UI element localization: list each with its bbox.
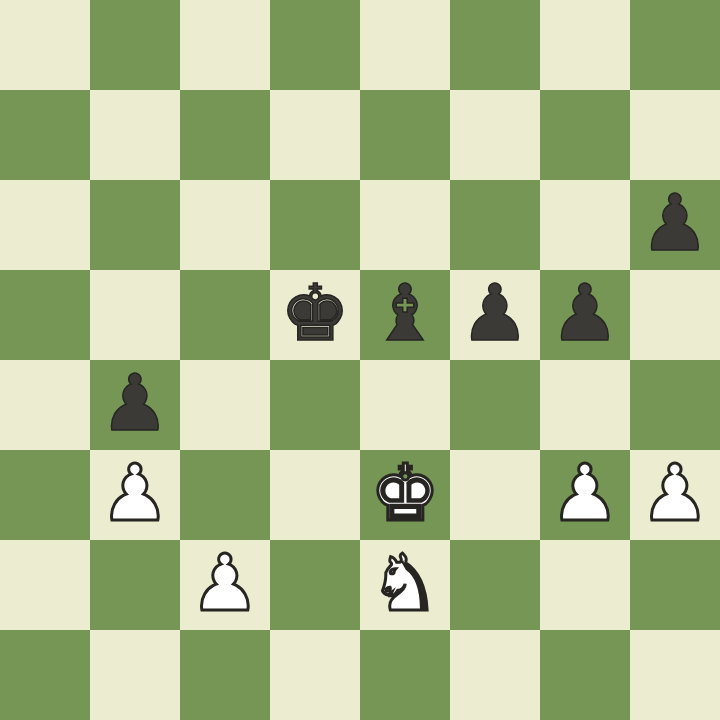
square-b2[interactable] [90,540,180,630]
square-a5[interactable] [0,270,90,360]
square-d2[interactable] [270,540,360,630]
square-h5[interactable] [630,270,720,360]
square-c1[interactable] [180,630,270,720]
black-pawn[interactable]: ♟ [630,180,720,270]
white-pawn[interactable]: ♟ [540,450,630,540]
white-pawn[interactable]: ♟ [630,450,720,540]
square-b8[interactable] [90,0,180,90]
square-c4[interactable] [180,360,270,450]
square-g6[interactable] [540,180,630,270]
square-f1[interactable] [450,630,540,720]
square-f8[interactable] [450,0,540,90]
black-pawn[interactable]: ♟ [450,270,540,360]
square-a2[interactable] [0,540,90,630]
square-d1[interactable] [270,630,360,720]
square-h3[interactable]: ♟ [630,450,720,540]
square-d7[interactable] [270,90,360,180]
square-d6[interactable] [270,180,360,270]
black-king[interactable]: ♚ [270,270,360,360]
white-knight[interactable]: ♞ [360,540,450,630]
square-b5[interactable] [90,270,180,360]
square-c6[interactable] [180,180,270,270]
square-b4[interactable]: ♟ [90,360,180,450]
square-b7[interactable] [90,90,180,180]
square-a1[interactable] [0,630,90,720]
square-e3[interactable]: ♚ [360,450,450,540]
square-h7[interactable] [630,90,720,180]
square-d3[interactable] [270,450,360,540]
chess-board[interactable]: ♟♚♝♟♟♟♟♚♟♟♟♞ [0,0,720,720]
square-e6[interactable] [360,180,450,270]
square-a8[interactable] [0,0,90,90]
square-a4[interactable] [0,360,90,450]
square-e2[interactable]: ♞ [360,540,450,630]
square-a3[interactable] [0,450,90,540]
square-d5[interactable]: ♚ [270,270,360,360]
black-pawn[interactable]: ♟ [540,270,630,360]
square-g2[interactable] [540,540,630,630]
square-f4[interactable] [450,360,540,450]
square-g8[interactable] [540,0,630,90]
square-b3[interactable]: ♟ [90,450,180,540]
square-e8[interactable] [360,0,450,90]
square-a7[interactable] [0,90,90,180]
square-f3[interactable] [450,450,540,540]
square-d8[interactable] [270,0,360,90]
square-h4[interactable] [630,360,720,450]
square-e4[interactable] [360,360,450,450]
square-d4[interactable] [270,360,360,450]
white-pawn[interactable]: ♟ [90,450,180,540]
white-king[interactable]: ♚ [360,450,450,540]
white-pawn[interactable]: ♟ [180,540,270,630]
square-g7[interactable] [540,90,630,180]
square-a6[interactable] [0,180,90,270]
square-c7[interactable] [180,90,270,180]
square-c2[interactable]: ♟ [180,540,270,630]
square-h2[interactable] [630,540,720,630]
square-f7[interactable] [450,90,540,180]
square-e5[interactable]: ♝ [360,270,450,360]
square-b1[interactable] [90,630,180,720]
square-g4[interactable] [540,360,630,450]
square-e1[interactable] [360,630,450,720]
square-f2[interactable] [450,540,540,630]
square-h1[interactable] [630,630,720,720]
square-f5[interactable]: ♟ [450,270,540,360]
black-pawn[interactable]: ♟ [90,360,180,450]
square-c8[interactable] [180,0,270,90]
black-bishop[interactable]: ♝ [360,270,450,360]
square-f6[interactable] [450,180,540,270]
square-b6[interactable] [90,180,180,270]
square-e7[interactable] [360,90,450,180]
square-c5[interactable] [180,270,270,360]
square-g5[interactable]: ♟ [540,270,630,360]
square-h6[interactable]: ♟ [630,180,720,270]
square-h8[interactable] [630,0,720,90]
square-g1[interactable] [540,630,630,720]
square-g3[interactable]: ♟ [540,450,630,540]
square-c3[interactable] [180,450,270,540]
